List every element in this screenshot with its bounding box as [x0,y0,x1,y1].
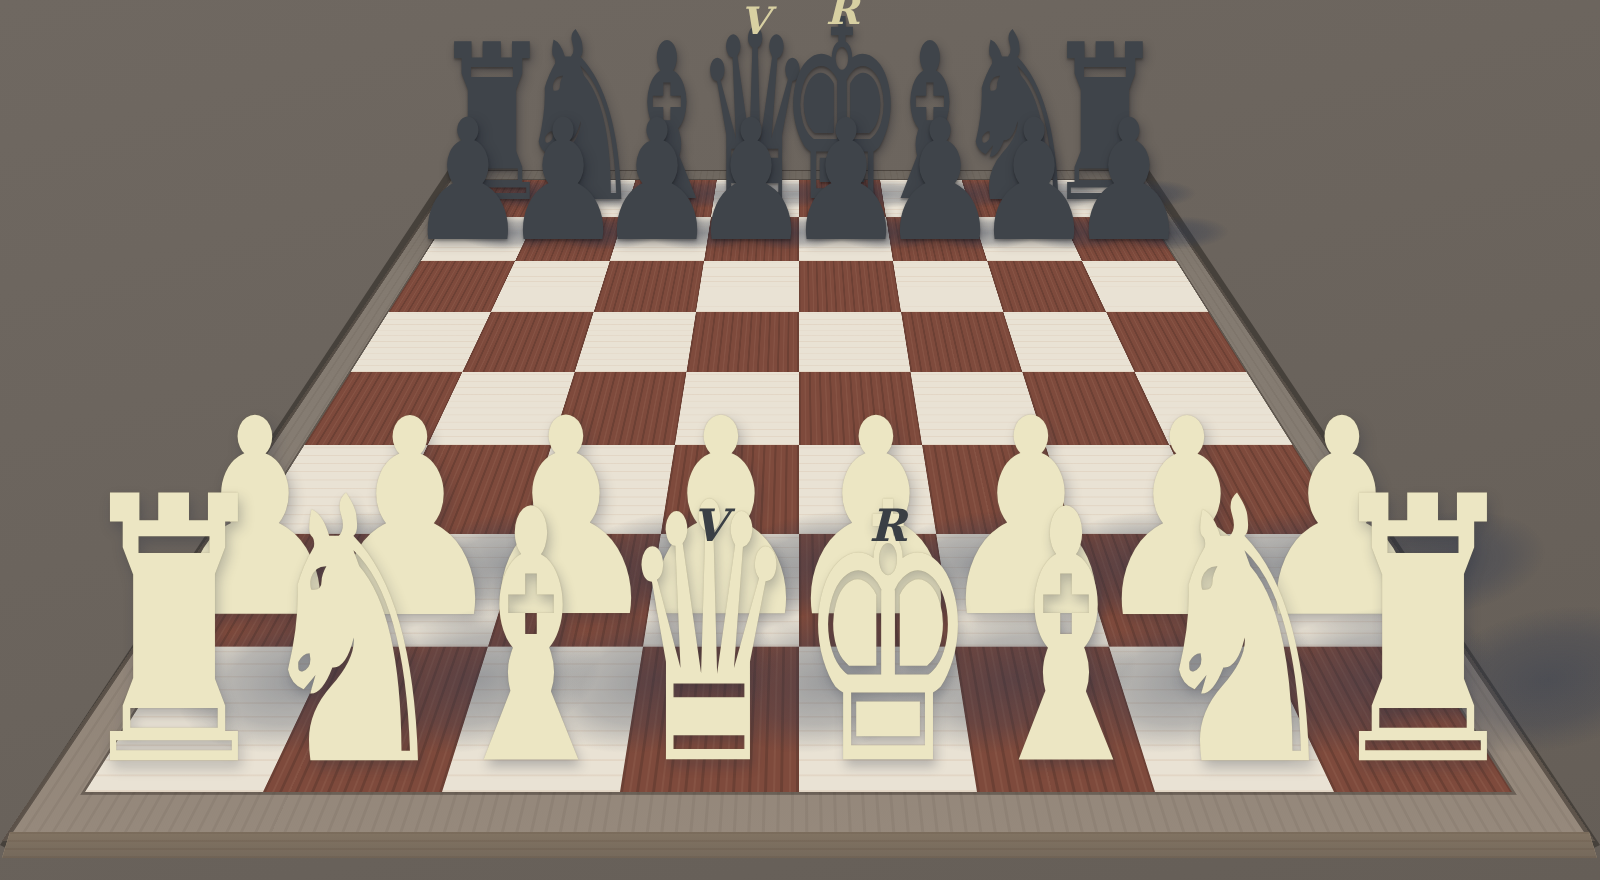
piece-black-pawn-h7[interactable]: ♟ [1054,98,1204,266]
scene-background: ♜♞♝♛V♚R♝♞♜♟♟♟♟♟♟♟♟♟♟♟♟♟♟♟♟♜♞♝♛V♚R♝♞♜ [0,0,1600,880]
rook-icon: ♜ [1321,450,1525,817]
king-crown-letter: R [869,505,906,550]
queen-crown-letter: V [692,505,727,550]
pawn-icon: ♟ [1069,98,1189,266]
app-window: ♜♞♝♛V♚R♝♞♜♟♟♟♟♟♟♟♟♟♟♟♟♟♟♟♟♜♞♝♛V♚R♝♞♜ [0,0,1600,880]
piece-white-rook-h1[interactable]: ♜ [1258,450,1587,817]
